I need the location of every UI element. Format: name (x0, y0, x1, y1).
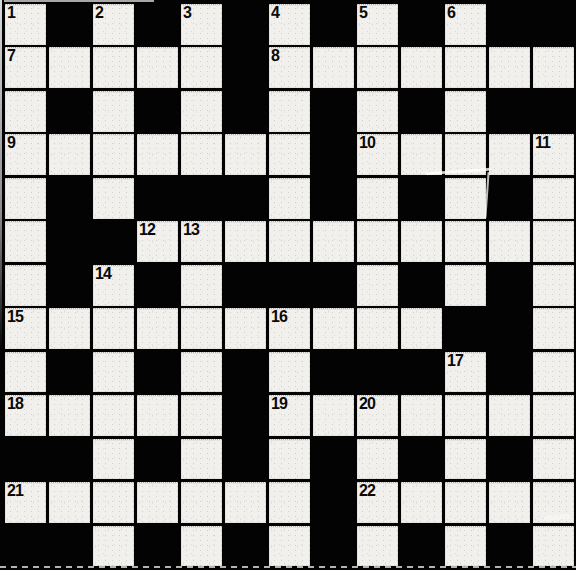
black-cell-r11c6 (225, 439, 266, 480)
white-cell-r12c4[interactable] (137, 482, 178, 523)
white-cell-r9c1[interactable] (5, 352, 46, 393)
black-cell-r9c4 (137, 352, 178, 393)
white-cell-r12c10[interactable] (401, 482, 442, 523)
black-cell-r3c13 (533, 91, 574, 132)
white-cell-r13c13[interactable] (533, 526, 574, 567)
white-cell-r2c2[interactable] (49, 47, 90, 88)
clue-number-22: 22 (359, 483, 375, 500)
white-cell-r12c11[interactable] (445, 482, 486, 523)
white-cell-r11c7[interactable] (269, 439, 310, 480)
black-cell-r8c12 (489, 308, 530, 349)
white-cell-r5c11[interactable] (445, 178, 486, 219)
white-cell-r8c6[interactable] (225, 308, 266, 349)
white-cell-r4c1[interactable]: 9 (5, 134, 46, 175)
scan-artifact-left-edge (0, 0, 2, 352)
white-cell-r6c5[interactable]: 13 (181, 221, 222, 262)
white-cell-r1c11[interactable]: 6 (445, 4, 486, 45)
white-cell-r6c7[interactable] (269, 221, 310, 262)
white-cell-r10c2[interactable] (49, 395, 90, 436)
white-cell-r10c9[interactable]: 20 (357, 395, 398, 436)
clue-number-21: 21 (7, 483, 23, 500)
clue-number-14: 14 (95, 266, 111, 283)
white-cell-r4c11[interactable] (445, 134, 486, 175)
black-cell-r1c12 (489, 4, 530, 45)
white-cell-r11c9[interactable] (357, 439, 398, 480)
white-cell-r8c9[interactable] (357, 308, 398, 349)
white-cell-r12c2[interactable] (49, 482, 90, 523)
clue-number-4: 4 (271, 5, 279, 22)
clue-number-2: 2 (95, 5, 103, 22)
white-cell-r8c2[interactable] (49, 308, 90, 349)
black-cell-r7c10 (401, 265, 442, 306)
white-cell-r6c4[interactable]: 12 (137, 221, 178, 262)
white-cell-r9c11[interactable]: 17 (445, 352, 486, 393)
clue-number-19: 19 (271, 396, 287, 413)
white-cell-r3c1[interactable] (5, 91, 46, 132)
black-cell-r1c13 (533, 4, 574, 45)
black-cell-r9c10 (401, 352, 442, 393)
white-cell-r5c3[interactable] (93, 178, 134, 219)
black-cell-r11c12 (489, 439, 530, 480)
white-cell-r12c6[interactable] (225, 482, 266, 523)
white-cell-r4c10[interactable] (401, 134, 442, 175)
white-cell-r7c1[interactable] (5, 265, 46, 306)
white-cell-r7c3[interactable]: 14 (93, 265, 134, 306)
white-cell-r2c5[interactable] (181, 47, 222, 88)
white-cell-r11c11[interactable] (445, 439, 486, 480)
white-cell-r8c13[interactable] (533, 308, 574, 349)
white-cell-r12c1[interactable]: 21 (5, 482, 46, 523)
white-cell-r13c7[interactable] (269, 526, 310, 567)
white-cell-r9c3[interactable] (93, 352, 134, 393)
white-cell-r10c7[interactable]: 19 (269, 395, 310, 436)
white-cell-r11c13[interactable] (533, 439, 574, 480)
white-cell-r10c1[interactable]: 18 (5, 395, 46, 436)
white-cell-r11c3[interactable] (93, 439, 134, 480)
white-cell-r9c7[interactable] (269, 352, 310, 393)
black-cell-r9c9 (357, 352, 398, 393)
white-cell-r3c7[interactable] (269, 91, 310, 132)
white-cell-r8c5[interactable] (181, 308, 222, 349)
white-cell-r10c10[interactable] (401, 395, 442, 436)
clue-number-13: 13 (183, 222, 199, 239)
black-cell-r2c6 (225, 47, 266, 88)
white-cell-r6c9[interactable] (357, 221, 398, 262)
white-cell-r1c1[interactable]: 1 (5, 4, 46, 45)
clue-number-1: 1 (7, 5, 15, 22)
white-cell-r10c5[interactable] (181, 395, 222, 436)
clue-number-3: 3 (183, 5, 191, 22)
clue-number-15: 15 (7, 309, 23, 326)
black-cell-r5c8 (313, 178, 354, 219)
clue-number-9: 9 (7, 135, 15, 152)
white-cell-r8c7[interactable]: 16 (269, 308, 310, 349)
white-cell-r2c3[interactable] (93, 47, 134, 88)
black-cell-r1c4 (137, 4, 178, 45)
white-cell-r4c13[interactable]: 11 (533, 134, 574, 175)
white-cell-r6c11[interactable] (445, 221, 486, 262)
black-cell-r13c12 (489, 526, 530, 567)
white-cell-r8c8[interactable] (313, 308, 354, 349)
white-cell-r4c3[interactable] (93, 134, 134, 175)
black-cell-r7c4 (137, 265, 178, 306)
black-cell-r6c2 (49, 221, 90, 262)
black-cell-r3c10 (401, 91, 442, 132)
white-cell-r2c1[interactable]: 7 (5, 47, 46, 88)
white-cell-r3c11[interactable] (445, 91, 486, 132)
black-cell-r11c4 (137, 439, 178, 480)
white-cell-r13c3[interactable] (93, 526, 134, 567)
white-cell-r12c7[interactable] (269, 482, 310, 523)
black-cell-r3c12 (489, 91, 530, 132)
white-cell-r5c7[interactable] (269, 178, 310, 219)
white-cell-r6c12[interactable] (489, 221, 530, 262)
white-cell-r4c7[interactable] (269, 134, 310, 175)
white-cell-r3c5[interactable] (181, 91, 222, 132)
white-cell-r10c4[interactable] (137, 395, 178, 436)
white-cell-r4c12[interactable] (489, 134, 530, 175)
black-cell-r3c8 (313, 91, 354, 132)
white-cell-r10c8[interactable] (313, 395, 354, 436)
white-cell-r6c1[interactable] (5, 221, 46, 262)
black-cell-r5c6 (225, 178, 266, 219)
black-cell-r9c6 (225, 352, 266, 393)
white-cell-r13c9[interactable] (357, 526, 398, 567)
white-cell-r5c13[interactable] (533, 178, 574, 219)
white-cell-r6c8[interactable] (313, 221, 354, 262)
white-cell-r8c4[interactable] (137, 308, 178, 349)
black-cell-r3c2 (49, 91, 90, 132)
black-cell-r11c10 (401, 439, 442, 480)
black-cell-r5c10 (401, 178, 442, 219)
clue-number-5: 5 (359, 5, 367, 22)
black-cell-r7c8 (313, 265, 354, 306)
white-cell-r10c11[interactable] (445, 395, 486, 436)
scan-artifact-top-edge (4, 0, 154, 2)
clue-number-17: 17 (447, 353, 463, 370)
white-cell-r4c5[interactable] (181, 134, 222, 175)
white-cell-r1c7[interactable]: 4 (269, 4, 310, 45)
white-cell-r12c9[interactable]: 22 (357, 482, 398, 523)
black-cell-r11c2 (49, 439, 90, 480)
white-cell-r7c9[interactable] (357, 265, 398, 306)
white-cell-r2c11[interactable] (445, 47, 486, 88)
black-cell-r5c5 (181, 178, 222, 219)
black-cell-r13c8 (313, 526, 354, 567)
clue-number-11: 11 (535, 135, 550, 152)
white-cell-r2c9[interactable] (357, 47, 398, 88)
white-cell-r12c12[interactable] (489, 482, 530, 523)
white-cell-r7c11[interactable] (445, 265, 486, 306)
black-cell-r9c2 (49, 352, 90, 393)
black-cell-r1c8 (313, 4, 354, 45)
white-cell-r2c13[interactable] (533, 47, 574, 88)
white-cell-r7c5[interactable] (181, 265, 222, 306)
black-cell-r4c8 (313, 134, 354, 175)
clue-number-8: 8 (271, 48, 279, 65)
white-cell-r1c9[interactable]: 5 (357, 4, 398, 45)
black-cell-r5c4 (137, 178, 178, 219)
white-cell-r10c3[interactable] (93, 395, 134, 436)
white-cell-r1c3[interactable]: 2 (93, 4, 134, 45)
clue-number-20: 20 (359, 396, 375, 413)
white-cell-r6c6[interactable] (225, 221, 266, 262)
white-cell-r12c3[interactable] (93, 482, 134, 523)
black-cell-r8c11 (445, 308, 486, 349)
black-cell-r5c2 (49, 178, 90, 219)
black-cell-r7c7 (269, 265, 310, 306)
white-cell-r8c3[interactable] (93, 308, 134, 349)
white-cell-r12c13[interactable] (533, 482, 574, 523)
crossword-board: 12345678910111213141516171819202122 (0, 0, 576, 570)
white-cell-r12c5[interactable] (181, 482, 222, 523)
clue-number-7: 7 (7, 48, 15, 65)
white-cell-r4c6[interactable] (225, 134, 266, 175)
white-cell-r8c10[interactable] (401, 308, 442, 349)
white-cell-r7c13[interactable] (533, 265, 574, 306)
white-cell-r2c10[interactable] (401, 47, 442, 88)
white-cell-r11c5[interactable] (181, 439, 222, 480)
black-cell-r10c6 (225, 395, 266, 436)
white-cell-r13c11[interactable] (445, 526, 486, 567)
black-cell-r9c12 (489, 352, 530, 393)
white-cell-r6c10[interactable] (401, 221, 442, 262)
black-cell-r13c1 (5, 526, 46, 567)
white-cell-r3c3[interactable] (93, 91, 134, 132)
black-cell-r13c4 (137, 526, 178, 567)
clue-number-10: 10 (359, 135, 375, 152)
black-cell-r9c8 (313, 352, 354, 393)
black-cell-r1c2 (49, 4, 90, 45)
black-cell-r7c12 (489, 265, 530, 306)
white-cell-r4c2[interactable] (49, 134, 90, 175)
white-cell-r1c5[interactable]: 3 (181, 4, 222, 45)
white-cell-r4c9[interactable]: 10 (357, 134, 398, 175)
clue-number-16: 16 (271, 309, 287, 326)
black-cell-r1c6 (225, 4, 266, 45)
white-cell-r5c9[interactable] (357, 178, 398, 219)
black-cell-r5c12 (489, 178, 530, 219)
clue-number-6: 6 (447, 5, 455, 22)
white-cell-r10c12[interactable] (489, 395, 530, 436)
black-cell-r3c4 (137, 91, 178, 132)
black-cell-r1c10 (401, 4, 442, 45)
black-cell-r3c6 (225, 91, 266, 132)
white-cell-r2c4[interactable] (137, 47, 178, 88)
white-cell-r5c1[interactable] (5, 178, 46, 219)
clue-number-12: 12 (139, 222, 155, 239)
white-cell-r8c1[interactable]: 15 (5, 308, 46, 349)
black-cell-r12c8 (313, 482, 354, 523)
white-cell-r6c13[interactable] (533, 221, 574, 262)
clue-number-18: 18 (7, 396, 23, 413)
white-cell-r9c13[interactable] (533, 352, 574, 393)
white-cell-r10c13[interactable] (533, 395, 574, 436)
black-cell-r6c3 (93, 221, 134, 262)
black-cell-r11c1 (5, 439, 46, 480)
white-cell-r2c12[interactable] (489, 47, 530, 88)
crossword-grid: 12345678910111213141516171819202122 (5, 4, 574, 566)
black-cell-r7c6 (225, 265, 266, 306)
black-cell-r11c8 (313, 439, 354, 480)
white-cell-r9c5[interactable] (181, 352, 222, 393)
black-cell-r13c6 (225, 526, 266, 567)
black-cell-r13c10 (401, 526, 442, 567)
white-cell-r2c7[interactable]: 8 (269, 47, 310, 88)
white-cell-r4c4[interactable] (137, 134, 178, 175)
black-cell-r13c2 (49, 526, 90, 567)
white-cell-r3c9[interactable] (357, 91, 398, 132)
white-cell-r13c5[interactable] (181, 526, 222, 567)
black-cell-r7c2 (49, 265, 90, 306)
white-cell-r2c8[interactable] (313, 47, 354, 88)
